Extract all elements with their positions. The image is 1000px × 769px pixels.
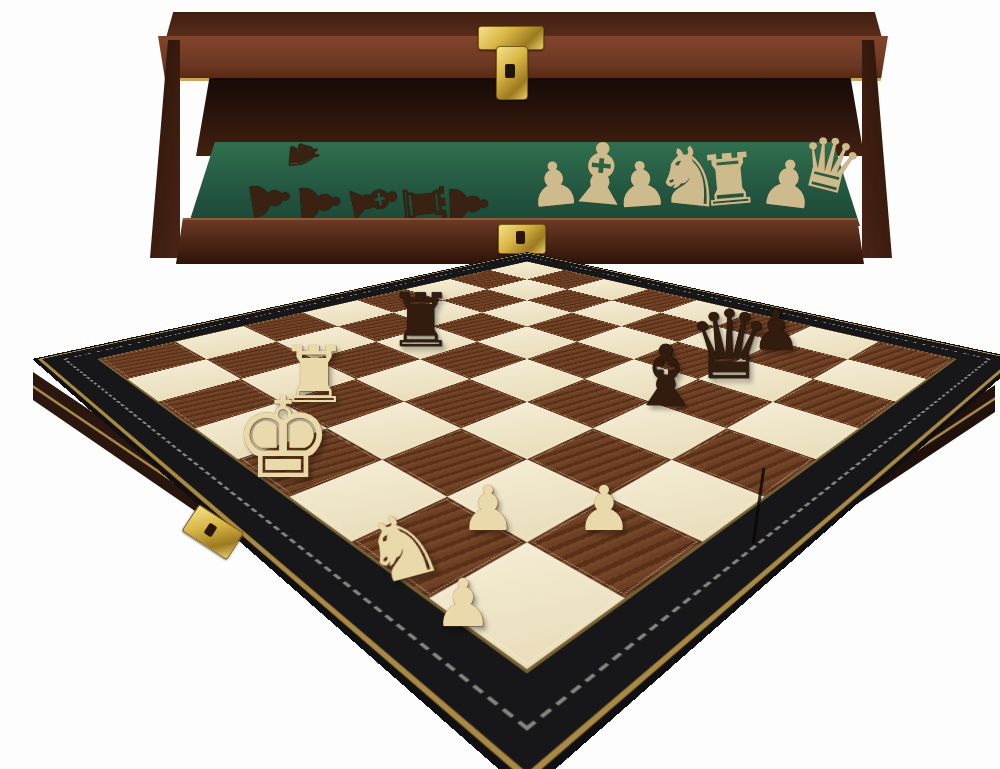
latch-keyhole — [505, 64, 515, 78]
tray-piece-icon[interactable]: ♞ — [282, 136, 325, 175]
board-border — [32, 252, 1000, 769]
board-grid — [100, 262, 954, 669]
piece-white-king-c1[interactable]: ♚ — [233, 382, 333, 494]
piece-white-pawn-g4[interactable]: ♟ — [576, 478, 632, 540]
piece-black-bishop-f4[interactable]: ♝ — [628, 334, 703, 418]
piece-black-rook-b4[interactable]: ♜ — [388, 283, 454, 357]
chess-set-photo: ♟♟♝♜♟♞♟♝♟♞♜♟♛ ♜♟♛♝♜♚♟♟♞♟ — [0, 0, 1000, 769]
piece-white-pawn-f3[interactable]: ♟ — [460, 478, 516, 540]
clasp-keyhole — [516, 231, 525, 244]
piece-white-pawn-h1[interactable]: ♟ — [433, 571, 492, 637]
tray-piece-icon[interactable]: ♜ — [695, 143, 764, 218]
